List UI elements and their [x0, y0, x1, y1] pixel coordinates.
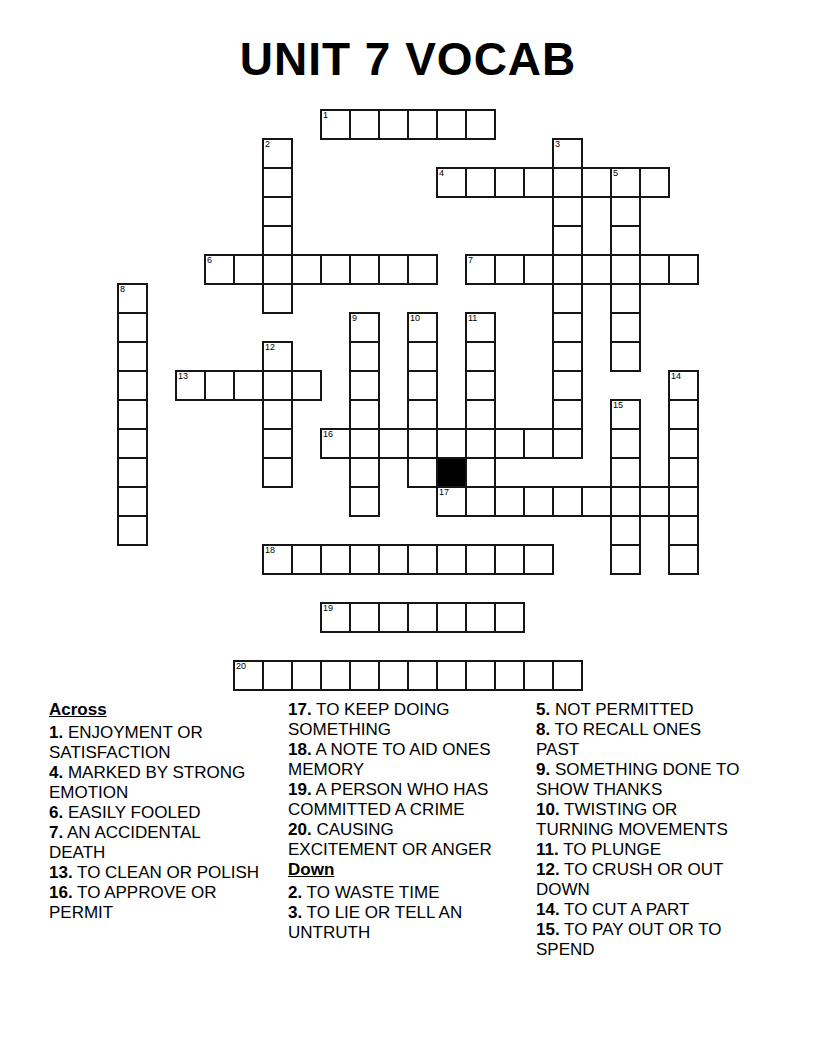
grid-cell-r5c18[interactable]: [640, 255, 669, 284]
grid-cell-r15c10[interactable]: [408, 545, 437, 574]
grid-cell-r9c15[interactable]: [553, 371, 582, 400]
clue-text: EASILY FOOLED: [68, 803, 201, 822]
clue-number-label: 16.: [49, 883, 73, 902]
grid-cell-r19c12[interactable]: [466, 661, 495, 690]
clue-text: TO CLEAN OR POLISH: [77, 863, 259, 882]
grid-cell-r15c5[interactable]: 18: [263, 545, 292, 574]
clue-number-label: 6.: [49, 803, 63, 822]
clue-number-12: 12: [265, 342, 275, 352]
grid-cell-r0c10[interactable]: [408, 110, 437, 139]
grid-cell-r10c17[interactable]: 15: [611, 400, 640, 429]
grid-cell-r5c15[interactable]: [553, 255, 582, 284]
grid-cell-r11c15[interactable]: [553, 429, 582, 458]
clue-7: 7. AN ACCIDENTAL DEATH: [49, 823, 289, 863]
grid-cell-r0c12[interactable]: [466, 110, 495, 139]
clue-number-1: 1: [323, 110, 328, 120]
grid-cell-r5c12[interactable]: 7: [466, 255, 495, 284]
clue-14: 14. TO CUT A PART: [536, 900, 776, 920]
grid-cell-r5c5[interactable]: [263, 255, 292, 284]
grid-cell-r13c14[interactable]: [524, 487, 553, 516]
grid-cell-r5c16[interactable]: [582, 255, 611, 284]
grid-cell-r0c11[interactable]: [437, 110, 466, 139]
grid-cell-r10c15[interactable]: [553, 400, 582, 429]
grid-cell-r5c17[interactable]: [611, 255, 640, 284]
grid-cell-r13c16[interactable]: [582, 487, 611, 516]
grid-cell-r19c15[interactable]: [553, 661, 582, 690]
clue-6: 6. EASILY FOOLED: [49, 803, 289, 823]
grid-cell-r14c0[interactable]: [118, 516, 147, 545]
grid-cell-r13c13[interactable]: [495, 487, 524, 516]
grid-cell-r17c8[interactable]: [350, 603, 379, 632]
grid-cell-r8c0[interactable]: [118, 342, 147, 371]
grid-cell-r12c19[interactable]: [669, 458, 698, 487]
clue-number-label: 3.: [288, 903, 302, 922]
grid-cell-r12c17[interactable]: [611, 458, 640, 487]
grid-cell-r17c7[interactable]: 19: [321, 603, 350, 632]
clue-2: 2. TO WASTE TIME: [288, 883, 530, 903]
clue-4: 4. MARKED BY STRONG EMOTION: [49, 763, 289, 803]
clue-17: 17. TO KEEP DOING SOMETHING: [288, 700, 530, 740]
clue-number-20: 20: [236, 661, 246, 671]
clue-11: 11. TO PLUNGE: [536, 840, 776, 860]
clue-number-14: 14: [671, 371, 681, 381]
clue-number-15: 15: [613, 400, 623, 410]
clue-number-11: 11: [468, 313, 477, 323]
clue-number-label: 10.: [536, 800, 560, 819]
grid-cell-r5c14[interactable]: [524, 255, 553, 284]
grid-cell-r15c9[interactable]: [379, 545, 408, 574]
clue-5: 5. NOT PERMITTED: [536, 700, 776, 720]
clue-number-9: 9: [352, 313, 357, 323]
grid-cell-r19c6[interactable]: [292, 661, 321, 690]
grid-cell-r9c4[interactable]: [234, 371, 263, 400]
clue-text: TO KEEP DOING SOMETHING: [288, 700, 450, 739]
clue-19: 19. A PERSON WHO HAS COMMITTED A CRIME: [288, 780, 530, 820]
clue-3: 3. TO LIE OR TELL AN UNTRUTH: [288, 903, 530, 943]
grid-cell-r6c17[interactable]: [611, 284, 640, 313]
grid-cell-r6c5[interactable]: [263, 284, 292, 313]
grid-cell-r11c19[interactable]: [669, 429, 698, 458]
grid-cell-r9c8[interactable]: [350, 371, 379, 400]
grid-cell-r19c8[interactable]: [350, 661, 379, 690]
grid-cell-r0c9[interactable]: [379, 110, 408, 139]
grid-cell-r10c0[interactable]: [118, 400, 147, 429]
grid-cell-r4c17[interactable]: [611, 226, 640, 255]
grid-cell-r9c19[interactable]: 14: [669, 371, 698, 400]
grid-cell-r7c15[interactable]: [553, 313, 582, 342]
clue-text: CAUSING EXCITEMENT OR ANGER: [288, 820, 492, 859]
grid-cell-r13c11[interactable]: 17: [437, 487, 466, 516]
grid-cell-r13c12[interactable]: [466, 487, 495, 516]
grid-cell-r8c10[interactable]: [408, 342, 437, 371]
clue-number-label: 13.: [49, 863, 73, 882]
clue-number-label: 8.: [536, 720, 550, 739]
clue-13: 13. TO CLEAN OR POLISH: [49, 863, 289, 883]
clue-number-18: 18: [265, 545, 275, 555]
grid-cell-r13c0[interactable]: [118, 487, 147, 516]
clue-text: TO WASTE TIME: [307, 883, 440, 902]
clue-number-5: 5: [613, 168, 618, 178]
grid-cell-r7c8[interactable]: 9: [350, 313, 379, 342]
clue-number-13: 13: [178, 371, 188, 381]
grid-cell-r10c10[interactable]: [408, 400, 437, 429]
grid-cell-r13c8[interactable]: [350, 487, 379, 516]
clue-column-middle: 17. TO KEEP DOING SOMETHING18. A NOTE TO…: [288, 700, 530, 943]
clue-number-label: 20.: [288, 820, 312, 839]
grid-cell-r15c17[interactable]: [611, 545, 640, 574]
grid-cell-r12c5[interactable]: [263, 458, 292, 487]
clue-text: A NOTE TO AID ONES MEMORY: [288, 740, 491, 779]
grid-cell-r15c12[interactable]: [466, 545, 495, 574]
clue-number-17: 17: [439, 487, 449, 497]
grid-cell-r19c4[interactable]: 20: [234, 661, 263, 690]
crossword-worksheet-page: { "game": "crossword", "title": "UNIT 7 …: [0, 0, 816, 1056]
clue-number-label: 5.: [536, 700, 550, 719]
clue-number-19: 19: [323, 603, 333, 613]
grid-cell-r4c15[interactable]: [553, 226, 582, 255]
clues-header-across: Across: [49, 700, 289, 720]
grid-cell-r19c13[interactable]: [495, 661, 524, 690]
crossword-grid: 1234567891011121314151617181920: [118, 110, 698, 690]
grid-cell-r19c9[interactable]: [379, 661, 408, 690]
blocked-cell-r12c11: [437, 458, 466, 487]
clue-text: TO APPROVE OR PERMIT: [49, 883, 217, 922]
grid-cell-r2c15[interactable]: [553, 168, 582, 197]
grid-cell-r6c15[interactable]: [553, 284, 582, 313]
grid-cell-r5c4[interactable]: [234, 255, 263, 284]
grid-cell-r17c12[interactable]: [466, 603, 495, 632]
grid-cell-r11c0[interactable]: [118, 429, 147, 458]
grid-cell-r11c17[interactable]: [611, 429, 640, 458]
grid-cell-r0c8[interactable]: [350, 110, 379, 139]
grid-cell-r9c0[interactable]: [118, 371, 147, 400]
grid-cell-r10c12[interactable]: [466, 400, 495, 429]
clue-number-label: 1.: [49, 723, 63, 742]
clue-18: 18. A NOTE TO AID ONES MEMORY: [288, 740, 530, 780]
grid-cell-r14c19[interactable]: [669, 516, 698, 545]
grid-cell-r15c14[interactable]: [524, 545, 553, 574]
clue-number-label: 19.: [288, 780, 312, 799]
clue-number-label: 4.: [49, 763, 63, 782]
grid-cell-r7c17[interactable]: [611, 313, 640, 342]
grid-cell-r17c11[interactable]: [437, 603, 466, 632]
grid-cell-r12c12[interactable]: [466, 458, 495, 487]
grid-cell-r14c17[interactable]: [611, 516, 640, 545]
grid-cell-r13c19[interactable]: [669, 487, 698, 516]
clue-column-across: Across1. ENJOYMENT OR SATISFACTION4. MAR…: [49, 700, 289, 923]
grid-cell-r3c15[interactable]: [553, 197, 582, 226]
grid-cell-r19c10[interactable]: [408, 661, 437, 690]
clue-number-2: 2: [265, 139, 270, 149]
grid-cell-r15c19[interactable]: [669, 545, 698, 574]
grid-cell-r8c5[interactable]: 12: [263, 342, 292, 371]
clue-number-label: 18.: [288, 740, 312, 759]
clue-text: TO RECALL ONES PAST: [536, 720, 701, 759]
grid-cell-r19c11[interactable]: [437, 661, 466, 690]
grid-cell-r11c8[interactable]: [350, 429, 379, 458]
grid-cell-r2c18[interactable]: [640, 168, 669, 197]
grid-cell-r9c5[interactable]: [263, 371, 292, 400]
clue-column-right: 5. NOT PERMITTED8. TO RECALL ONES PAST9.…: [536, 700, 776, 960]
grid-cell-r7c0[interactable]: [118, 313, 147, 342]
grid-cell-r10c8[interactable]: [350, 400, 379, 429]
clue-text: TO CUT A PART: [564, 900, 689, 919]
grid-cell-r11c10[interactable]: [408, 429, 437, 458]
grid-cell-r5c3[interactable]: 6: [205, 255, 234, 284]
grid-cell-r8c12[interactable]: [466, 342, 495, 371]
grid-cell-r15c8[interactable]: [350, 545, 379, 574]
clue-text: TWISTING OR TURNING MOVEMENTS: [536, 800, 728, 839]
grid-cell-r9c12[interactable]: [466, 371, 495, 400]
grid-cell-r12c10[interactable]: [408, 458, 437, 487]
grid-cell-r9c10[interactable]: [408, 371, 437, 400]
grid-cell-r11c11[interactable]: [437, 429, 466, 458]
grid-cell-r2c5[interactable]: [263, 168, 292, 197]
grid-cell-r15c11[interactable]: [437, 545, 466, 574]
grid-cell-r15c6[interactable]: [292, 545, 321, 574]
grid-cell-r10c5[interactable]: [263, 400, 292, 429]
clue-number-8: 8: [120, 284, 125, 294]
grid-cell-r11c13[interactable]: [495, 429, 524, 458]
clue-number-label: 7.: [49, 823, 63, 842]
clue-16: 16. TO APPROVE OR PERMIT: [49, 883, 289, 923]
clue-number-label: 11.: [536, 840, 559, 859]
clue-text: TO LIE OR TELL AN UNTRUTH: [288, 903, 462, 942]
clue-10: 10. TWISTING OR TURNING MOVEMENTS: [536, 800, 776, 840]
clue-text: TO PAY OUT OR TO SPEND: [536, 920, 722, 959]
clue-number-7: 7: [468, 255, 473, 265]
grid-cell-r2c11[interactable]: 4: [437, 168, 466, 197]
puzzle-title: UNIT 7 VOCAB: [0, 32, 816, 86]
grid-cell-r1c15[interactable]: 3: [553, 139, 582, 168]
grid-cell-r12c8[interactable]: [350, 458, 379, 487]
grid-cell-r10c19[interactable]: [669, 400, 698, 429]
clue-number-10: 10: [410, 313, 420, 323]
grid-cell-r7c10[interactable]: 10: [408, 313, 437, 342]
grid-cell-r19c7[interactable]: [321, 661, 350, 690]
grid-cell-r6c0[interactable]: 8: [118, 284, 147, 313]
grid-cell-r2c12[interactable]: [466, 168, 495, 197]
grid-cell-r12c0[interactable]: [118, 458, 147, 487]
grid-cell-r8c15[interactable]: [553, 342, 582, 371]
grid-cell-r5c8[interactable]: [350, 255, 379, 284]
grid-cell-r11c12[interactable]: [466, 429, 495, 458]
grid-cell-r8c17[interactable]: [611, 342, 640, 371]
clue-12: 12. TO CRUSH OR OUT DOWN: [536, 860, 776, 900]
grid-cell-r1c5[interactable]: 2: [263, 139, 292, 168]
grid-cell-r2c13[interactable]: [495, 168, 524, 197]
grid-cell-r17c13[interactable]: [495, 603, 524, 632]
clue-text: A PERSON WHO HAS COMMITTED A CRIME: [288, 780, 488, 819]
grid-cell-r9c3[interactable]: [205, 371, 234, 400]
grid-cell-r9c6[interactable]: [292, 371, 321, 400]
clue-1: 1. ENJOYMENT OR SATISFACTION: [49, 723, 289, 763]
grid-cell-r2c14[interactable]: [524, 168, 553, 197]
clue-text: TO PLUNGE: [563, 840, 661, 859]
clue-number-6: 6: [207, 255, 212, 265]
clue-number-label: 12.: [536, 860, 560, 879]
grid-cell-r4c5[interactable]: [263, 226, 292, 255]
clue-9: 9. SOMETHING DONE TO SHOW THANKS: [536, 760, 776, 800]
grid-cell-r7c12[interactable]: 11: [466, 313, 495, 342]
grid-cell-r19c5[interactable]: [263, 661, 292, 690]
grid-cell-r13c18[interactable]: [640, 487, 669, 516]
grid-cell-r2c17[interactable]: 5: [611, 168, 640, 197]
clue-number-label: 9.: [536, 760, 550, 779]
clue-number-label: 15.: [536, 920, 560, 939]
grid-cell-r8c8[interactable]: [350, 342, 379, 371]
grid-cell-r5c13[interactable]: [495, 255, 524, 284]
clue-number-16: 16: [323, 429, 333, 439]
grid-cell-r5c6[interactable]: [292, 255, 321, 284]
clue-8: 8. TO RECALL ONES PAST: [536, 720, 776, 760]
clue-text: NOT PERMITTED: [555, 700, 694, 719]
grid-cell-r13c17[interactable]: [611, 487, 640, 516]
clue-text: AN ACCIDENTAL DEATH: [49, 823, 201, 862]
clue-text: ENJOYMENT OR SATISFACTION: [49, 723, 203, 762]
grid-cell-r5c19[interactable]: [669, 255, 698, 284]
grid-cell-r3c5[interactable]: [263, 197, 292, 226]
clue-number-label: 14.: [536, 900, 560, 919]
clue-text: TO CRUSH OR OUT DOWN: [536, 860, 723, 899]
grid-cell-r17c9[interactable]: [379, 603, 408, 632]
grid-cell-r2c16[interactable]: [582, 168, 611, 197]
grid-cell-r11c14[interactable]: [524, 429, 553, 458]
grid-cell-r15c13[interactable]: [495, 545, 524, 574]
clue-20: 20. CAUSING EXCITEMENT OR ANGER: [288, 820, 530, 860]
grid-cell-r11c5[interactable]: [263, 429, 292, 458]
grid-cell-r19c14[interactable]: [524, 661, 553, 690]
grid-cell-r15c7[interactable]: [321, 545, 350, 574]
grid-cell-r13c15[interactable]: [553, 487, 582, 516]
clue-15: 15. TO PAY OUT OR TO SPEND: [536, 920, 776, 960]
clue-number-4: 4: [439, 168, 444, 178]
clue-number-label: 2.: [288, 883, 302, 902]
grid-cell-r5c9[interactable]: [379, 255, 408, 284]
clues-header-down: Down: [288, 860, 530, 880]
grid-cell-r5c10[interactable]: [408, 255, 437, 284]
grid-cell-r5c7[interactable]: [321, 255, 350, 284]
grid-cell-r0c7[interactable]: 1: [321, 110, 350, 139]
clue-number-3: 3: [555, 139, 560, 149]
grid-cell-r11c9[interactable]: [379, 429, 408, 458]
grid-cell-r9c2[interactable]: 13: [176, 371, 205, 400]
clue-number-label: 17.: [288, 700, 312, 719]
grid-cell-r3c17[interactable]: [611, 197, 640, 226]
grid-cell-r11c7[interactable]: 16: [321, 429, 350, 458]
clue-text: SOMETHING DONE TO SHOW THANKS: [536, 760, 739, 799]
grid-cell-r17c10[interactable]: [408, 603, 437, 632]
clue-text: MARKED BY STRONG EMOTION: [49, 763, 245, 802]
